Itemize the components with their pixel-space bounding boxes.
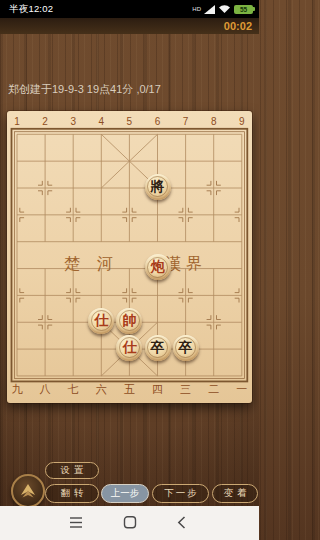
piece-red-cannon[interactable]: 炮 (145, 254, 171, 280)
file-label: 6 (155, 116, 161, 127)
file-label: 七 (68, 382, 79, 397)
wifi-icon (218, 4, 231, 14)
file-label: 4 (99, 116, 105, 127)
file-label: 9 (239, 116, 245, 127)
file-label: 3 (70, 116, 76, 127)
file-label: 1 (14, 116, 20, 127)
file-label: 五 (124, 382, 135, 397)
river-label-left: 楚河 (64, 254, 130, 275)
piece-red-general[interactable]: 帥 (116, 308, 142, 334)
file-label: 一 (236, 382, 247, 397)
menu-button[interactable] (69, 516, 83, 529)
settings-button[interactable]: 设置 (45, 462, 99, 479)
replay-controls: 设置 翻转 上一步 下一步 变着 (0, 455, 259, 507)
file-label: 八 (40, 382, 51, 397)
collapse-button[interactable] (11, 474, 45, 508)
hd-volte-icon: HD (192, 6, 201, 12)
back-button[interactable] (177, 516, 187, 529)
file-label: 三 (180, 382, 191, 397)
android-nav-bar (0, 506, 259, 540)
home-button[interactable] (123, 516, 137, 529)
piece-black-soldier[interactable]: 卒 (145, 335, 171, 361)
file-label: 5 (127, 116, 133, 127)
game-timer: 00:02 (224, 20, 252, 32)
next-move-button[interactable]: 下一步 (152, 484, 209, 503)
chevron-up-icon (19, 484, 37, 498)
game-info-text: 郑创建于19-9-3 19点41分 ,0/17 (8, 82, 161, 97)
file-label: 2 (42, 116, 48, 127)
signal-icon (204, 5, 215, 14)
file-label: 九 (12, 382, 23, 397)
previous-move-button[interactable]: 上一步 (101, 484, 149, 503)
river-label-right: 漢界 (165, 254, 207, 275)
piece-red-advisor[interactable]: 仕 (116, 335, 142, 361)
variation-button[interactable]: 变着 (212, 484, 258, 503)
status-bar: 半夜12:02 HD 55 (0, 0, 259, 18)
piece-red-advisor[interactable]: 仕 (88, 308, 114, 334)
xiangqi-board[interactable]: 123456789 九八七六五四三二一 楚河 漢界 將炮仕帥仕卒卒 (7, 111, 252, 403)
file-label: 四 (152, 382, 163, 397)
piece-black-general[interactable]: 將 (145, 174, 171, 200)
file-label: 8 (211, 116, 217, 127)
clock-text: 半夜12:02 (9, 3, 53, 16)
flip-board-button[interactable]: 翻转 (45, 484, 99, 503)
file-label: 二 (208, 382, 219, 397)
piece-black-soldier[interactable]: 卒 (173, 335, 199, 361)
file-label: 六 (96, 382, 107, 397)
file-label: 7 (183, 116, 189, 127)
battery-icon: 55 (234, 5, 253, 14)
header-bar (0, 18, 259, 34)
